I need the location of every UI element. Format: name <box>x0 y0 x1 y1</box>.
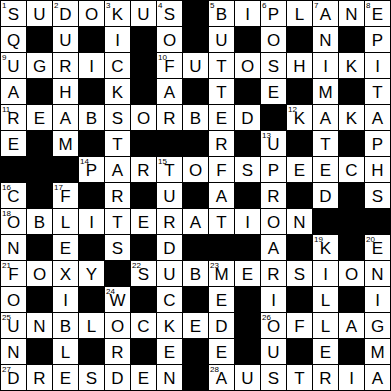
letter-cell-r11c8[interactable]: B <box>183 261 208 286</box>
block-cell-r9c15 <box>365 209 390 234</box>
letter-cell-r5c4[interactable]: B <box>79 105 104 130</box>
cell-letter: S <box>268 370 279 387</box>
letter-cell-r1c1[interactable]: 1S <box>1 1 26 26</box>
letter-cell-r11c9[interactable]: 23M <box>209 261 234 286</box>
cell-letter: A <box>372 370 383 387</box>
letter-cell-r13c3[interactable]: B <box>53 313 78 338</box>
letter-cell-r10c11[interactable]: A <box>261 235 286 260</box>
clue-number: 26 <box>262 314 271 322</box>
cell-letter: Y <box>86 266 97 283</box>
block-cell-r9c13 <box>313 209 338 234</box>
letter-cell-r4c5[interactable]: K <box>105 79 130 104</box>
cell-letter: P <box>372 32 383 49</box>
letter-cell-r14c1[interactable]: N <box>1 339 26 364</box>
letter-cell-r5c6[interactable]: O <box>131 105 156 130</box>
cell-letter: I <box>271 292 276 309</box>
letter-cell-r14c15[interactable]: M <box>365 339 390 364</box>
letter-cell-r9c7[interactable]: R <box>157 209 182 234</box>
crossword-grid: 1SU2DO3KU4S5BI6PL7AN8EQUIOUONP9UGRIC10FU… <box>0 0 391 391</box>
block-cell-r12c6 <box>131 287 156 312</box>
letter-cell-r2c9[interactable]: U <box>209 27 234 52</box>
letter-cell-r5c5[interactable]: S <box>105 105 130 130</box>
cell-letter: A <box>112 162 123 179</box>
letter-cell-r9c2[interactable]: B <box>27 209 52 234</box>
cell-letter: T <box>216 214 226 231</box>
cell-letter: G <box>33 58 46 75</box>
letter-cell-r3c2[interactable]: G <box>27 53 52 78</box>
letter-cell-r4c1[interactable]: A <box>1 79 26 104</box>
letter-cell-r3c11[interactable]: S <box>261 53 286 78</box>
letter-cell-r15c3[interactable]: E <box>53 365 78 390</box>
cell-letter: T <box>294 370 304 387</box>
cell-letter: X <box>60 266 71 283</box>
cell-letter: N <box>371 266 383 283</box>
letter-cell-r12c9[interactable]: E <box>209 287 234 312</box>
block-cell-r10c9 <box>209 235 234 260</box>
letter-cell-r5c7[interactable]: R <box>157 105 182 130</box>
block-cell-r14c8 <box>183 339 208 364</box>
cell-letter: I <box>375 58 380 75</box>
cell-letter: O <box>267 32 280 49</box>
cell-letter: A <box>190 214 201 231</box>
block-cell-r10c10 <box>235 235 260 260</box>
cell-letter: D <box>59 6 71 23</box>
block-cell-r2c4 <box>79 27 104 52</box>
letter-cell-r15c10[interactable]: U <box>235 365 260 390</box>
letter-cell-r7c15[interactable]: H <box>365 157 390 182</box>
letter-cell-r10c5[interactable]: S <box>105 235 130 260</box>
letter-cell-r11c3[interactable]: X <box>53 261 78 286</box>
block-cell-r14c12 <box>287 339 312 364</box>
cell-letter: G <box>371 318 384 335</box>
letter-cell-r15c15[interactable]: A <box>365 365 390 390</box>
letter-cell-r15c13[interactable]: R <box>313 365 338 390</box>
cell-letter: B <box>190 110 201 127</box>
letter-cell-r6c13[interactable]: T <box>313 131 338 156</box>
cell-letter: S <box>164 6 175 23</box>
letter-cell-r5c14[interactable]: K <box>339 105 364 130</box>
clue-number: 19 <box>314 236 323 244</box>
block-cell-r8c2 <box>27 183 52 208</box>
letter-cell-r11c2[interactable]: O <box>27 261 52 286</box>
cell-letter: N <box>345 6 357 23</box>
letter-cell-r6c15[interactable]: P <box>365 131 390 156</box>
clue-number: 12 <box>288 106 297 114</box>
clue-number: 3 <box>106 2 110 10</box>
cell-letter: S <box>8 6 19 23</box>
letter-cell-r7c4[interactable]: 14P <box>79 157 104 182</box>
cell-letter: I <box>323 58 328 75</box>
block-cell-r2c6 <box>131 27 156 52</box>
clue-number: 4 <box>158 2 162 10</box>
cell-letter: I <box>245 6 250 23</box>
cell-letter: D <box>241 110 253 127</box>
block-cell-r6c10 <box>235 131 260 156</box>
cell-letter: K <box>164 318 175 335</box>
letter-cell-r11c6[interactable]: 22S <box>131 261 156 286</box>
letter-cell-r4c7[interactable]: A <box>157 79 182 104</box>
letter-cell-r1c5[interactable]: 3K <box>105 1 130 26</box>
letter-cell-r14c5[interactable]: R <box>105 339 130 364</box>
letter-cell-r8c5[interactable]: R <box>105 183 130 208</box>
letter-cell-r7c14[interactable]: C <box>339 157 364 182</box>
clue-number: 25 <box>2 314 11 322</box>
cell-letter: E <box>190 318 201 335</box>
cell-letter: O <box>85 6 98 23</box>
block-cell-r10c6 <box>131 235 156 260</box>
letter-cell-r5c1[interactable]: 11R <box>1 105 26 130</box>
letter-cell-r15c5[interactable]: D <box>105 365 130 390</box>
letter-cell-r4c9[interactable]: T <box>209 79 234 104</box>
block-cell-r6c14 <box>339 131 364 156</box>
cell-letter: E <box>320 162 331 179</box>
cell-letter: K <box>112 84 123 101</box>
letter-cell-r13c15[interactable]: G <box>365 313 390 338</box>
letter-cell-r6c5[interactable]: T <box>105 131 130 156</box>
letter-cell-r3c5[interactable]: C <box>105 53 130 78</box>
letter-cell-r12c1[interactable]: O <box>1 287 26 312</box>
letter-cell-r15c9[interactable]: 28A <box>209 365 234 390</box>
block-cell-r8c12 <box>287 183 312 208</box>
letter-cell-r12c5[interactable]: 24W <box>105 287 130 312</box>
letter-cell-r3c15[interactable]: I <box>365 53 390 78</box>
letter-cell-r14c11[interactable]: U <box>261 339 286 364</box>
cell-letter: D <box>163 240 175 257</box>
cell-letter: E <box>60 370 71 387</box>
letter-cell-r8c13[interactable]: D <box>313 183 338 208</box>
letter-cell-r3c4[interactable]: I <box>79 53 104 78</box>
letter-cell-r8c3[interactable]: 17F <box>53 183 78 208</box>
letter-cell-r13c5[interactable]: O <box>105 313 130 338</box>
letter-cell-r5c8[interactable]: B <box>183 105 208 130</box>
letter-cell-r14c7[interactable]: E <box>157 339 182 364</box>
block-cell-r14c2 <box>27 339 52 364</box>
letter-cell-r1c10[interactable]: I <box>235 1 260 26</box>
letter-cell-r13c14[interactable]: A <box>339 313 364 338</box>
block-cell-r12c12 <box>287 287 312 312</box>
letter-cell-r7c11[interactable]: P <box>261 157 286 182</box>
letter-cell-r11c12[interactable]: S <box>287 261 312 286</box>
cell-letter: I <box>349 370 354 387</box>
letter-cell-r7c9[interactable]: F <box>209 157 234 182</box>
letter-cell-r1c4[interactable]: O <box>79 1 104 26</box>
letter-cell-r11c11[interactable]: R <box>261 261 286 286</box>
clue-number: 27 <box>2 366 11 374</box>
letter-cell-r8c7[interactable]: U <box>157 183 182 208</box>
letter-cell-r12c3[interactable]: I <box>53 287 78 312</box>
letter-cell-r13c1[interactable]: 25U <box>1 313 26 338</box>
letter-cell-r10c7[interactable]: D <box>157 235 182 260</box>
letter-cell-r8c1[interactable]: 16C <box>1 183 26 208</box>
clue-number: 16 <box>2 184 11 192</box>
cell-letter: T <box>320 136 330 153</box>
letter-cell-r1c9[interactable]: 5B <box>209 1 234 26</box>
cell-letter: H <box>293 58 305 75</box>
letter-cell-r1c7[interactable]: 4S <box>157 1 182 26</box>
letter-cell-r3c10[interactable]: O <box>235 53 260 78</box>
cell-letter: P <box>268 162 279 179</box>
block-cell-r4c12 <box>287 79 312 104</box>
letter-cell-r9c8[interactable]: A <box>183 209 208 234</box>
letter-cell-r3c13[interactable]: I <box>313 53 338 78</box>
letter-cell-r4c13[interactable]: M <box>313 79 338 104</box>
letter-cell-r9c9[interactable]: T <box>209 209 234 234</box>
letter-cell-r9c1[interactable]: 18O <box>1 209 26 234</box>
cell-letter: R <box>137 162 149 179</box>
clue-number: 9 <box>2 54 6 62</box>
cell-letter: L <box>321 318 330 335</box>
clue-number: 28 <box>210 366 219 374</box>
letter-cell-r7c10[interactable]: S <box>235 157 260 182</box>
letter-cell-r13c12[interactable]: F <box>287 313 312 338</box>
letter-cell-r15c1[interactable]: 27D <box>1 365 26 390</box>
letter-cell-r6c11[interactable]: 13U <box>261 131 286 156</box>
clue-number: 8 <box>366 2 370 10</box>
cell-letter: E <box>138 214 149 231</box>
letter-cell-r2c1[interactable]: Q <box>1 27 26 52</box>
letter-cell-r11c4[interactable]: Y <box>79 261 104 286</box>
block-cell-r12c4 <box>79 287 104 312</box>
letter-cell-r12c11[interactable]: I <box>261 287 286 312</box>
block-cell-r4c4 <box>79 79 104 104</box>
cell-letter: L <box>295 6 304 23</box>
cell-letter: S <box>242 162 253 179</box>
letter-cell-r4c11[interactable]: E <box>261 79 286 104</box>
letter-cell-r13c13[interactable]: L <box>313 313 338 338</box>
letter-cell-r12c13[interactable]: L <box>313 287 338 312</box>
letter-cell-r13c7[interactable]: K <box>157 313 182 338</box>
letter-cell-r6c1[interactable]: E <box>1 131 26 156</box>
cell-letter: U <box>163 266 175 283</box>
letter-cell-r8c9[interactable]: A <box>209 183 234 208</box>
cell-letter: U <box>189 58 201 75</box>
cell-letter: A <box>372 110 383 127</box>
letter-cell-r3c7[interactable]: 10F <box>157 53 182 78</box>
cell-letter: I <box>375 292 380 309</box>
letter-cell-r10c13[interactable]: 19K <box>313 235 338 260</box>
cell-letter: E <box>60 240 71 257</box>
letter-cell-r7c13[interactable]: E <box>313 157 338 182</box>
letter-cell-r13c11[interactable]: 26O <box>261 313 286 338</box>
cell-letter: L <box>61 214 70 231</box>
letter-cell-r15c12[interactable]: T <box>287 365 312 390</box>
block-cell-r6c12 <box>287 131 312 156</box>
cell-letter: B <box>216 6 227 23</box>
block-cell-r12c8 <box>183 287 208 312</box>
block-cell-r2c10 <box>235 27 260 52</box>
cell-letter: R <box>267 266 279 283</box>
block-cell-r7c2 <box>27 157 52 182</box>
letter-cell-r2c5[interactable]: I <box>105 27 130 52</box>
letter-cell-r4c3[interactable]: H <box>53 79 78 104</box>
letter-cell-r9c6[interactable]: E <box>131 209 156 234</box>
letter-cell-r11c13[interactable]: I <box>313 261 338 286</box>
clue-number: 15 <box>158 158 167 166</box>
letter-cell-r5c13[interactable]: A <box>313 105 338 130</box>
cell-letter: D <box>215 318 227 335</box>
letter-cell-r5c2[interactable]: E <box>27 105 52 130</box>
letter-cell-r13c2[interactable]: N <box>27 313 52 338</box>
clue-number: 6 <box>262 2 266 10</box>
clue-number: 17 <box>54 184 63 192</box>
letter-cell-r1c3[interactable]: 2D <box>53 1 78 26</box>
cell-letter: C <box>137 318 149 335</box>
cell-letter: I <box>89 58 94 75</box>
letter-cell-r10c3[interactable]: E <box>53 235 78 260</box>
block-cell-r14c14 <box>339 339 364 364</box>
letter-cell-r1c14[interactable]: N <box>339 1 364 26</box>
letter-cell-r1c15[interactable]: 8E <box>365 1 390 26</box>
clue-number: 2 <box>54 2 58 10</box>
clue-number: 21 <box>2 262 11 270</box>
block-cell-r7c3 <box>53 157 78 182</box>
letter-cell-r11c1[interactable]: 21F <box>1 261 26 286</box>
letter-cell-r2c15[interactable]: P <box>365 27 390 52</box>
letter-cell-r15c14[interactable]: I <box>339 365 364 390</box>
cell-letter: S <box>372 188 383 205</box>
block-cell-r6c6 <box>131 131 156 156</box>
cell-letter: P <box>372 136 383 153</box>
letter-cell-r9c11[interactable]: O <box>261 209 286 234</box>
letter-cell-r5c3[interactable]: A <box>53 105 78 130</box>
cell-letter: N <box>319 32 331 49</box>
block-cell-r12c2 <box>27 287 52 312</box>
block-cell-r6c8 <box>183 131 208 156</box>
letter-cell-r9c12[interactable]: N <box>287 209 312 234</box>
letter-cell-r15c2[interactable]: R <box>27 365 52 390</box>
letter-cell-r5c15[interactable]: A <box>365 105 390 130</box>
cell-letter: K <box>112 6 123 23</box>
letter-cell-r13c4[interactable]: L <box>79 313 104 338</box>
letter-cell-r3c3[interactable]: R <box>53 53 78 78</box>
letter-cell-r9c10[interactable]: I <box>235 209 260 234</box>
letter-cell-r13c6[interactable]: C <box>131 313 156 338</box>
letter-cell-r5c12[interactable]: 12K <box>287 105 312 130</box>
letter-cell-r13c8[interactable]: E <box>183 313 208 338</box>
letter-cell-r15c11[interactable]: S <box>261 365 286 390</box>
letter-cell-r10c15[interactable]: 20E <box>365 235 390 260</box>
letter-cell-r3c8[interactable]: U <box>183 53 208 78</box>
cell-letter: H <box>59 84 71 101</box>
letter-cell-r5c10[interactable]: D <box>235 105 260 130</box>
block-cell-r10c14 <box>339 235 364 260</box>
letter-cell-r7c12[interactable]: E <box>287 157 312 182</box>
letter-cell-r2c7[interactable]: O <box>157 27 182 52</box>
letter-cell-r15c6[interactable]: E <box>131 365 156 390</box>
letter-cell-r9c5[interactable]: T <box>105 209 130 234</box>
cell-letter: U <box>215 32 227 49</box>
letter-cell-r13c9[interactable]: D <box>209 313 234 338</box>
cell-letter: A <box>216 188 227 205</box>
letter-cell-r1c12[interactable]: L <box>287 1 312 26</box>
clue-number: 1 <box>2 2 6 10</box>
cell-letter: L <box>321 292 330 309</box>
cell-letter: O <box>163 32 176 49</box>
letter-cell-r15c4[interactable]: S <box>79 365 104 390</box>
letter-cell-r7c5[interactable]: A <box>105 157 130 182</box>
letter-cell-r10c1[interactable]: N <box>1 235 26 260</box>
letter-cell-r6c9[interactable]: R <box>209 131 234 156</box>
letter-cell-r15c7[interactable]: N <box>157 365 182 390</box>
block-cell-r8c6 <box>131 183 156 208</box>
letter-cell-r5c9[interactable]: E <box>209 105 234 130</box>
letter-cell-r3c9[interactable]: T <box>209 53 234 78</box>
cell-letter: K <box>346 58 357 75</box>
letter-cell-r9c3[interactable]: L <box>53 209 78 234</box>
cell-letter: I <box>323 266 328 283</box>
letter-cell-r11c10[interactable]: E <box>235 261 260 286</box>
letter-cell-r2c11[interactable]: O <box>261 27 286 52</box>
cell-letter: S <box>86 370 97 387</box>
letter-cell-r14c13[interactable]: E <box>313 339 338 364</box>
letter-cell-r3c14[interactable]: K <box>339 53 364 78</box>
cell-letter: N <box>33 318 45 335</box>
cell-letter: A <box>320 6 331 23</box>
cell-letter: A <box>164 84 175 101</box>
cell-letter: P <box>268 6 279 23</box>
letter-cell-r11c14[interactable]: O <box>339 261 364 286</box>
cell-letter: L <box>61 344 70 361</box>
cell-letter: A <box>346 318 357 335</box>
letter-cell-r12c15[interactable]: I <box>365 287 390 312</box>
letter-cell-r6c3[interactable]: M <box>53 131 78 156</box>
letter-cell-r8c11[interactable]: R <box>261 183 286 208</box>
letter-cell-r2c13[interactable]: N <box>313 27 338 52</box>
letter-cell-r8c15[interactable]: S <box>365 183 390 208</box>
letter-cell-r11c7[interactable]: U <box>157 261 182 286</box>
cell-letter: E <box>216 292 227 309</box>
letter-cell-r1c11[interactable]: 6P <box>261 1 286 26</box>
cell-letter: T <box>112 214 122 231</box>
cell-letter: I <box>245 214 250 231</box>
block-cell-r10c4 <box>79 235 104 260</box>
block-cell-r4c8 <box>183 79 208 104</box>
cell-letter: T <box>112 136 122 153</box>
letter-cell-r3c12[interactable]: H <box>287 53 312 78</box>
letter-cell-r3c1[interactable]: 9U <box>1 53 26 78</box>
block-cell-r14c10 <box>235 339 260 364</box>
letter-cell-r1c2[interactable]: U <box>27 1 52 26</box>
letter-cell-r1c6[interactable]: U <box>131 1 156 26</box>
block-cell-r14c4 <box>79 339 104 364</box>
cell-letter: B <box>34 214 45 231</box>
cell-letter: C <box>111 58 123 75</box>
cell-letter: C <box>163 292 175 309</box>
letter-cell-r12c7[interactable]: C <box>157 287 182 312</box>
letter-cell-r4c15[interactable]: T <box>365 79 390 104</box>
letter-cell-r14c9[interactable]: E <box>209 339 234 364</box>
cell-letter: E <box>34 110 45 127</box>
cell-letter: N <box>163 370 175 387</box>
letter-cell-r14c3[interactable]: L <box>53 339 78 364</box>
clue-number: 24 <box>106 288 115 296</box>
letter-cell-r1c13[interactable]: 7A <box>313 1 338 26</box>
letter-cell-r7c6[interactable]: R <box>131 157 156 182</box>
cell-letter: E <box>242 266 253 283</box>
letter-cell-r7c8[interactable]: O <box>183 157 208 182</box>
block-cell-r11c5 <box>105 261 130 286</box>
letter-cell-r11c15[interactable]: N <box>365 261 390 286</box>
letter-cell-r7c7[interactable]: 15T <box>157 157 182 182</box>
letter-cell-r2c3[interactable]: U <box>53 27 78 52</box>
cell-letter: E <box>216 344 227 361</box>
cell-letter: E <box>138 370 149 387</box>
letter-cell-r9c4[interactable]: I <box>79 209 104 234</box>
cell-letter: E <box>164 344 175 361</box>
block-cell-r2c14 <box>339 27 364 52</box>
cell-letter: A <box>268 240 279 257</box>
cell-letter: S <box>112 110 123 127</box>
